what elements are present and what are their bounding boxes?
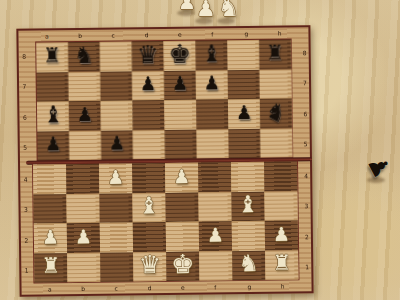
square-a3[interactable]	[33, 194, 66, 224]
square-h7[interactable]	[259, 69, 291, 99]
file-label-bottom-f: f	[214, 284, 216, 290]
file-label-top-a: a	[45, 33, 49, 39]
rank-label-left-4: 4	[24, 177, 28, 183]
square-f8[interactable]: ♝	[195, 40, 227, 70]
rank-label-left-3: 3	[24, 207, 28, 213]
white-bishop-g3[interactable]: ♝	[238, 193, 259, 216]
square-e5[interactable]	[165, 129, 197, 159]
square-c6[interactable]	[101, 100, 133, 130]
black-pawn-e7[interactable]: ♟	[172, 74, 189, 93]
square-b2[interactable]: ♟	[67, 223, 100, 253]
square-e2[interactable]	[166, 222, 199, 252]
square-c5[interactable]: ♟	[101, 130, 133, 160]
file-label-bottom-g: g	[248, 284, 252, 290]
square-h1[interactable]: ♜	[265, 250, 298, 280]
white-pawn-e4[interactable]: ♟	[173, 167, 190, 186]
rank-label-right-1: 1	[305, 264, 309, 270]
black-bishop-a6[interactable]: ♝	[43, 103, 63, 126]
square-h6[interactable]: ♞	[260, 98, 292, 128]
square-f2[interactable]: ♟	[199, 221, 232, 251]
file-label-top-f: f	[211, 31, 213, 37]
black-knight-b8[interactable]: ♞	[74, 44, 94, 67]
rank-label-left-2: 2	[24, 237, 28, 243]
rank-label-left-7: 7	[23, 84, 27, 90]
square-d6[interactable]	[132, 100, 164, 130]
white-queen-d1[interactable]: ♛	[138, 252, 161, 277]
square-a6[interactable]: ♝	[37, 101, 69, 131]
square-g3[interactable]: ♝	[231, 191, 264, 221]
rank-label-right-2: 2	[305, 234, 309, 240]
file-label-top-c: c	[111, 32, 114, 38]
coordinate-labels: aabbccddeeffgghh8877665544332211	[18, 27, 308, 31]
file-label-bottom-b: b	[81, 286, 85, 292]
square-h4[interactable]	[264, 161, 297, 191]
square-h8[interactable]: ♜	[259, 39, 291, 69]
black-rook-h8[interactable]: ♜	[266, 43, 284, 64]
captured-white-pawn[interactable]: ♟	[178, 0, 196, 12]
square-g2[interactable]	[232, 221, 265, 251]
square-b1[interactable]	[67, 252, 100, 282]
file-label-top-b: b	[78, 33, 82, 39]
square-f6[interactable]	[196, 99, 228, 129]
rank-label-left-5: 5	[23, 144, 27, 150]
square-a2[interactable]: ♟	[34, 223, 67, 253]
rank-label-right-6: 6	[303, 111, 307, 117]
black-pawn-a5[interactable]: ♟	[45, 135, 62, 154]
square-f7[interactable]: ♟	[196, 70, 228, 100]
square-h3[interactable]	[264, 191, 297, 221]
chess-board: ♜♞♛♚♝♜♟♟♟♝♟♟♞♟♟ ♟♟♝♝♟♟♟♟♜♛♚♞♜ aabbccddee…	[16, 25, 313, 297]
square-e4[interactable]: ♟	[165, 163, 198, 193]
square-d8[interactable]: ♛	[132, 41, 164, 71]
square-a1[interactable]: ♜	[34, 253, 67, 283]
rank-label-left-1: 1	[25, 267, 29, 273]
file-label-bottom-c: c	[115, 286, 118, 292]
board-top-half: ♜♞♛♚♝♜♟♟♟♝♟♟♞♟♟	[35, 38, 293, 161]
square-g6[interactable]: ♟	[228, 99, 260, 129]
black-pawn-g6[interactable]: ♟	[236, 103, 253, 122]
file-label-bottom-h: h	[281, 284, 285, 290]
rank-label-right-8: 8	[303, 50, 307, 56]
square-h2[interactable]: ♟	[265, 220, 298, 250]
square-g7[interactable]	[228, 69, 260, 99]
square-f3[interactable]	[198, 192, 231, 222]
square-b3[interactable]	[66, 193, 99, 223]
square-d7[interactable]: ♟	[132, 71, 164, 101]
square-b5[interactable]	[69, 130, 101, 160]
square-d5[interactable]	[133, 130, 165, 160]
file-label-top-h: h	[278, 30, 282, 36]
rank-label-right-5: 5	[304, 141, 308, 147]
square-g5[interactable]	[228, 128, 260, 158]
square-b4[interactable]	[66, 164, 99, 194]
square-e1[interactable]: ♚	[166, 251, 199, 281]
white-knight-g1[interactable]: ♞	[238, 252, 259, 275]
square-e6[interactable]	[164, 100, 196, 130]
square-d2[interactable]	[133, 222, 166, 252]
rank-label-right-4: 4	[304, 173, 308, 179]
square-g8[interactable]	[227, 40, 259, 70]
square-c4[interactable]: ♟	[99, 163, 132, 193]
captured-white-pawn[interactable]: ♟	[196, 0, 216, 20]
square-f1[interactable]	[199, 251, 232, 281]
file-label-bottom-d: d	[148, 285, 152, 291]
square-e3[interactable]	[165, 192, 198, 222]
square-e7[interactable]: ♟	[164, 70, 196, 100]
square-d1[interactable]: ♛	[133, 251, 166, 281]
square-h5[interactable]	[260, 128, 292, 158]
file-label-top-g: g	[244, 30, 248, 36]
square-f5[interactable]	[196, 129, 228, 159]
black-pawn-f7[interactable]: ♟	[203, 74, 220, 93]
black-pawn-b6[interactable]: ♟	[76, 105, 93, 124]
white-pawn-c4[interactable]: ♟	[107, 168, 124, 187]
rank-label-left-8: 8	[22, 54, 26, 60]
black-knight-h6[interactable]: ♞	[262, 97, 290, 127]
square-a8[interactable]: ♜	[36, 42, 68, 72]
square-b6[interactable]: ♟	[69, 101, 101, 131]
square-g1[interactable]: ♞	[232, 250, 265, 280]
square-d4[interactable]	[132, 163, 165, 193]
file-label-top-e: e	[178, 31, 182, 37]
square-g4[interactable]	[231, 162, 264, 192]
white-rook-a1[interactable]: ♜	[41, 256, 60, 277]
white-pawn-b2[interactable]: ♟	[75, 227, 92, 246]
black-pawn-d7[interactable]: ♟	[140, 75, 157, 94]
rank-label-right-3: 3	[305, 204, 309, 210]
table-photo: ♜♞♛♚♝♜♟♟♟♝♟♟♞♟♟ ♟♟♝♝♟♟♟♟♜♛♚♞♜ aabbccddee…	[0, 0, 400, 300]
playfield: ♜♞♛♚♝♜♟♟♟♝♟♟♞♟♟ ♟♟♝♝♟♟♟♟♜♛♚♞♜	[31, 38, 300, 283]
white-pawn-f2[interactable]: ♟	[207, 225, 224, 244]
white-bishop-d3[interactable]: ♝	[139, 194, 160, 217]
white-rook-h1[interactable]: ♜	[272, 253, 291, 274]
black-queen-d8[interactable]: ♛	[137, 42, 159, 67]
white-king-e1[interactable]: ♚	[171, 251, 195, 277]
square-e8[interactable]: ♚	[164, 41, 196, 71]
black-king-e8[interactable]: ♚	[168, 41, 191, 67]
rank-label-left-6: 6	[23, 114, 27, 120]
captured-white-knight[interactable]: ♞	[218, 0, 240, 20]
square-c7[interactable]	[100, 71, 132, 101]
square-f4[interactable]	[198, 162, 231, 192]
square-a5[interactable]: ♟	[37, 131, 69, 161]
square-d3[interactable]: ♝	[132, 192, 165, 222]
square-c3[interactable]	[99, 193, 132, 223]
white-pawn-a2[interactable]: ♟	[42, 227, 59, 246]
square-a7[interactable]	[37, 72, 69, 102]
black-pawn-c5[interactable]: ♟	[109, 134, 126, 153]
black-rook-a8[interactable]: ♜	[43, 45, 61, 66]
square-b8[interactable]: ♞	[68, 42, 100, 72]
black-bishop-f8[interactable]: ♝	[201, 42, 221, 65]
square-c2[interactable]	[100, 222, 133, 252]
board-bottom-half: ♟♟♝♝♟♟♟♟♜♛♚♞♜	[32, 160, 299, 283]
white-pawn-h2[interactable]: ♟	[273, 225, 290, 244]
square-c1[interactable]	[100, 252, 133, 282]
captured-black-pawn[interactable]: ♟	[363, 152, 394, 182]
file-label-top-d: d	[145, 32, 149, 38]
rank-label-right-7: 7	[303, 81, 307, 87]
file-label-bottom-a: a	[48, 286, 52, 292]
square-b7[interactable]	[68, 71, 100, 101]
file-label-bottom-e: e	[181, 285, 185, 291]
square-a4[interactable]	[33, 164, 66, 194]
square-c8[interactable]	[100, 41, 132, 71]
